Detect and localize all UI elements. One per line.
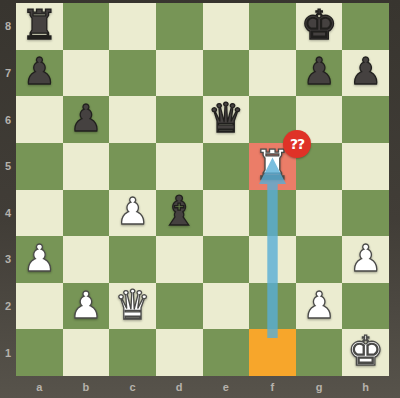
square-e8[interactable] [203, 3, 250, 50]
square-b8[interactable] [63, 3, 110, 50]
square-c3[interactable] [109, 236, 156, 283]
square-a2[interactable] [16, 283, 63, 330]
square-b3[interactable] [63, 236, 110, 283]
rank-label-6: 6 [0, 96, 16, 143]
square-c4[interactable]: ♟ [109, 190, 156, 237]
rank-label-2: 2 [0, 283, 16, 330]
piece-white-pawn-h3[interactable]: ♟ [349, 240, 382, 277]
piece-black-pawn-g7[interactable]: ♟ [302, 53, 335, 90]
square-c1[interactable] [109, 329, 156, 376]
piece-white-pawn-g2[interactable]: ♟ [302, 287, 335, 324]
piece-white-pawn-a3[interactable]: ♟ [23, 240, 56, 277]
square-g8[interactable]: ♚ [296, 3, 343, 50]
square-b1[interactable] [63, 329, 110, 376]
piece-white-pawn-c4[interactable]: ♟ [116, 193, 149, 230]
square-c6[interactable] [109, 96, 156, 143]
square-e5[interactable] [203, 143, 250, 190]
rank-label-3: 3 [0, 236, 16, 283]
square-h7[interactable]: ♟ [342, 50, 389, 97]
piece-black-pawn-h7[interactable]: ♟ [349, 53, 382, 90]
square-g4[interactable] [296, 190, 343, 237]
square-a3[interactable]: ♟ [16, 236, 63, 283]
file-label-c: c [109, 376, 156, 398]
square-a4[interactable] [16, 190, 63, 237]
piece-white-pawn-b2[interactable]: ♟ [69, 287, 102, 324]
square-h4[interactable] [342, 190, 389, 237]
square-a6[interactable] [16, 96, 63, 143]
square-d1[interactable] [156, 329, 203, 376]
file-label-e: e [203, 376, 250, 398]
square-e4[interactable] [203, 190, 250, 237]
square-b4[interactable] [63, 190, 110, 237]
square-c5[interactable] [109, 143, 156, 190]
square-g1[interactable] [296, 329, 343, 376]
square-f1[interactable] [249, 329, 296, 376]
square-e7[interactable] [203, 50, 250, 97]
square-d7[interactable] [156, 50, 203, 97]
file-label-h: h [342, 376, 389, 398]
piece-black-king-g8[interactable]: ♚ [301, 5, 338, 46]
square-f8[interactable] [249, 3, 296, 50]
square-g2[interactable]: ♟ [296, 283, 343, 330]
square-d5[interactable] [156, 143, 203, 190]
piece-black-pawn-b6[interactable]: ♟ [69, 100, 102, 137]
rank-label-1: 1 [0, 329, 16, 376]
square-e6[interactable]: ♛ [203, 96, 250, 143]
file-label-d: d [156, 376, 203, 398]
square-c7[interactable] [109, 50, 156, 97]
square-f7[interactable] [249, 50, 296, 97]
square-d4[interactable]: ♝ [156, 190, 203, 237]
square-c8[interactable] [109, 3, 156, 50]
square-d6[interactable] [156, 96, 203, 143]
piece-black-queen-e6[interactable]: ♛ [207, 98, 244, 139]
square-a1[interactable] [16, 329, 63, 376]
square-b7[interactable] [63, 50, 110, 97]
square-h2[interactable] [342, 283, 389, 330]
square-b6[interactable]: ♟ [63, 96, 110, 143]
piece-white-queen-c2[interactable]: ♛ [114, 285, 151, 326]
blunder-badge-text: ?? [290, 136, 304, 152]
square-h5[interactable] [342, 143, 389, 190]
rank-label-8: 8 [0, 3, 16, 50]
chess-board: ♜♚♟♟♟♟♛♜♟♝♟♟♟♛♟♚ [16, 3, 389, 376]
square-d3[interactable] [156, 236, 203, 283]
piece-white-king-h1[interactable]: ♚ [347, 331, 384, 372]
square-f4[interactable] [249, 190, 296, 237]
square-b5[interactable] [63, 143, 110, 190]
square-g3[interactable] [296, 236, 343, 283]
file-label-g: g [296, 376, 343, 398]
square-c2[interactable]: ♛ [109, 283, 156, 330]
rank-label-7: 7 [0, 50, 16, 97]
square-h3[interactable]: ♟ [342, 236, 389, 283]
square-e3[interactable] [203, 236, 250, 283]
square-e1[interactable] [203, 329, 250, 376]
square-h1[interactable]: ♚ [342, 329, 389, 376]
square-a8[interactable]: ♜ [16, 3, 63, 50]
square-b2[interactable]: ♟ [63, 283, 110, 330]
square-h6[interactable] [342, 96, 389, 143]
piece-black-bishop-d4[interactable]: ♝ [161, 191, 198, 232]
square-e2[interactable] [203, 283, 250, 330]
file-label-f: f [249, 376, 296, 398]
file-label-b: b [63, 376, 110, 398]
square-d2[interactable] [156, 283, 203, 330]
square-f3[interactable] [249, 236, 296, 283]
square-a7[interactable]: ♟ [16, 50, 63, 97]
square-f2[interactable] [249, 283, 296, 330]
chess-analysis-board: ♜♚♟♟♟♟♛♜♟♝♟♟♟♛♟♚ 87654321abcdefgh ?? [0, 0, 400, 398]
piece-black-rook-a8[interactable]: ♜ [21, 5, 58, 46]
rank-label-5: 5 [0, 143, 16, 190]
piece-black-pawn-a7[interactable]: ♟ [23, 53, 56, 90]
square-d8[interactable] [156, 3, 203, 50]
square-g7[interactable]: ♟ [296, 50, 343, 97]
file-label-a: a [16, 376, 63, 398]
square-h8[interactable] [342, 3, 389, 50]
blunder-badge: ?? [283, 130, 311, 158]
rank-label-4: 4 [0, 190, 16, 237]
square-a5[interactable] [16, 143, 63, 190]
